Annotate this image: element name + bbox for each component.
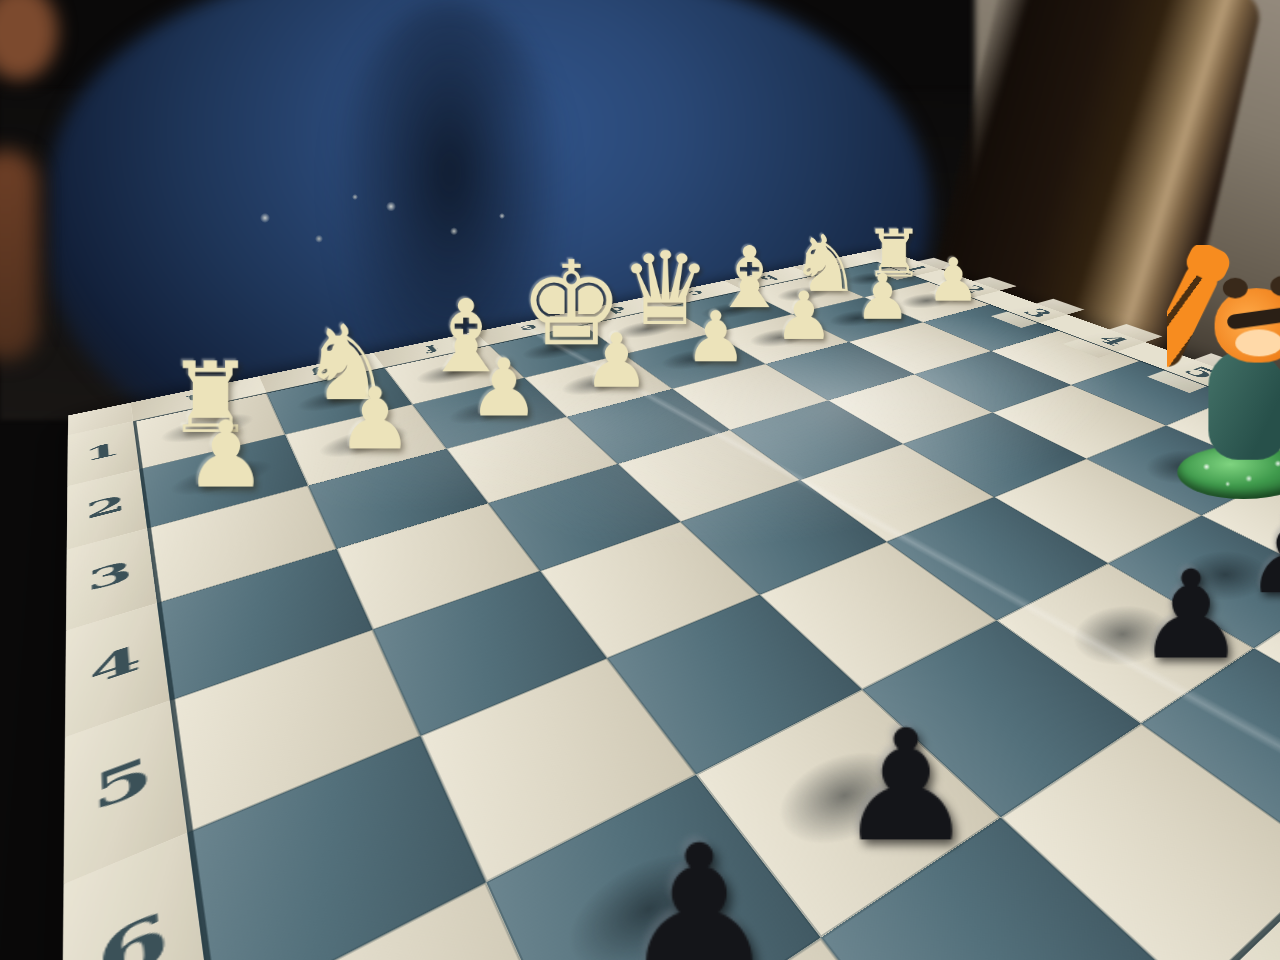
tiger-figurine[interactable] [1167,245,1280,493]
person-arm-skin-2 [0,150,38,360]
tiger-raised-arm [1144,258,1223,373]
white-pawn-f2[interactable]: ♟ [468,349,540,429]
rank-label-right-4: 4 [1063,324,1163,358]
black-pawn-c7[interactable]: ♟ [1244,499,1280,610]
white-pawn-d2[interactable]: ♟ [684,302,747,372]
black-pawn-d7[interactable]: ♟ [1136,555,1246,677]
black-pawn-g7[interactable]: ♟ [619,823,778,960]
white-pawn-b2[interactable]: ♟ [854,266,910,329]
person-arm-skin [0,0,58,80]
white-pawn-c2[interactable]: ♟ [774,283,833,349]
white-pawn-g2[interactable]: ♟ [336,377,413,463]
photo-scene: hgfedcba1♜♞♝♚♛♝♞♜12♟♟♟♟♟♟♟♟2334455667♟♟♟… [0,0,1280,960]
tiger-outfit-body [1208,350,1280,460]
white-pawn-e2[interactable]: ♟ [583,324,650,399]
chess-board: hgfedcba1♜♞♝♚♛♝♞♜12♟♟♟♟♟♟♟♟2334455667♟♟♟… [48,248,1280,960]
tiger-snout [1235,330,1280,357]
white-pawn-a2[interactable]: ♟ [926,251,979,311]
black-pawn-f7[interactable]: ♟ [836,710,974,864]
board-perspective-anchor: hgfedcba1♜♞♝♚♛♝♞♜12♟♟♟♟♟♟♟♟2334455667♟♟♟… [200,0,1280,960]
white-pawn-h2[interactable]: ♟ [184,409,267,501]
